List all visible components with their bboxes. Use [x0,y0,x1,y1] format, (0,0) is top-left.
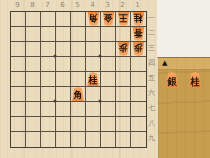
board-square-7四[interactable] [41,57,56,72]
rank-label-8: 八 [146,116,157,131]
board-square-9六[interactable] [11,87,26,102]
board-square-5七[interactable] [71,102,86,117]
board-square-3二[interactable] [101,27,116,42]
board-square-5二[interactable] [71,27,86,42]
board-square-6五[interactable] [56,72,71,87]
file-label-9: 9 [10,1,25,10]
board-square-1八[interactable] [131,117,146,132]
hand-piece-knight[interactable]: 桂 [188,72,202,88]
piece-kanji: 王 [119,12,128,24]
board-square-8一[interactable] [26,12,41,27]
board-square-8七[interactable] [26,102,41,117]
board-square-3三[interactable] [101,42,116,57]
board-square-3五[interactable] [101,72,116,87]
rank-label-7: 七 [146,101,157,116]
rank-label-1: 一 [146,11,157,26]
board-square-5三[interactable] [71,42,86,57]
file-label-1: 1 [130,1,145,10]
rank-label-5: 五 [146,71,157,86]
board-square-8四[interactable] [26,57,41,72]
board-square-8三[interactable] [26,42,41,57]
board-square-9九[interactable] [11,132,26,147]
board-square-1六[interactable] [131,87,146,102]
file-label-6: 6 [55,1,70,10]
board-square-8二[interactable] [26,27,41,42]
rank-label-4: 四 [146,56,157,71]
board-square-8六[interactable] [26,87,41,102]
piece-stand-header: ▲ [158,58,210,70]
piece-kanji: 桂 [89,74,98,86]
board-square-1七[interactable] [131,102,146,117]
rank-label-3: 三 [146,41,157,56]
board-square-2六[interactable] [116,87,131,102]
hand-piece-silver[interactable]: 銀 [165,72,179,88]
board-square-2九[interactable] [116,132,131,147]
board-square-2七[interactable] [116,102,131,117]
piece-kanji: 銀 [167,75,176,89]
board-square-6八[interactable] [56,117,71,132]
file-label-5: 5 [70,1,85,10]
sente-hand-pieces: 銀桂 [158,72,210,92]
board-square-4七[interactable] [86,102,101,117]
board-square-3四[interactable] [101,57,116,72]
board-square-9四[interactable] [11,57,26,72]
board-square-1五[interactable] [131,72,146,87]
shogi-board: 987654321一二三四五六七八九角金王桂香歩歩桂角 [0,0,157,158]
board-square-7八[interactable] [41,117,56,132]
board-square-8九[interactable] [26,132,41,147]
board-square-2五[interactable] [116,72,131,87]
board-square-4九[interactable] [86,132,101,147]
board-square-5五[interactable] [71,72,86,87]
rank-label-9: 九 [146,131,157,146]
board-square-8五[interactable] [26,72,41,87]
board-square-6三[interactable] [56,42,71,57]
board-square-6二[interactable] [56,27,71,42]
board-square-2二[interactable] [116,27,131,42]
piece-kanji: 歩 [119,42,128,54]
piece-kanji: 桂 [190,75,199,89]
sente-piece-stand: ▲ 銀桂 [157,57,210,158]
file-label-4: 4 [85,1,100,10]
piece-kanji: 桂 [134,12,143,24]
board-square-7七[interactable] [41,102,56,117]
piece-kanji: 角 [89,12,98,24]
piece-kanji: 香 [134,27,143,39]
board-square-6一[interactable] [56,12,71,27]
board-square-6九[interactable] [56,132,71,147]
board-square-1四[interactable] [131,57,146,72]
board-square-4八[interactable] [86,117,101,132]
board-square-9七[interactable] [11,102,26,117]
board-square-5四[interactable] [71,57,86,72]
board-square-3八[interactable] [101,117,116,132]
board-square-5八[interactable] [71,117,86,132]
board-square-7九[interactable] [41,132,56,147]
rank-label-6: 六 [146,86,157,101]
board-square-3六[interactable] [101,87,116,102]
board-square-9二[interactable] [11,27,26,42]
hoshi-dot [99,100,102,103]
board-square-5九[interactable] [71,132,86,147]
board-square-6四[interactable] [56,57,71,72]
board-square-8八[interactable] [26,117,41,132]
board-square-2八[interactable] [116,117,131,132]
board-square-3九[interactable] [101,132,116,147]
board-square-6六[interactable] [56,87,71,102]
board-square-6七[interactable] [56,102,71,117]
board-square-4二[interactable] [86,27,101,42]
board-square-1九[interactable] [131,132,146,147]
board-square-7五[interactable] [41,72,56,87]
board-square-4四[interactable] [86,57,101,72]
file-label-2: 2 [115,1,130,10]
board-square-2四[interactable] [116,57,131,72]
piece-kanji: 角 [74,89,83,101]
piece-kanji: 金 [104,12,113,24]
file-label-8: 8 [25,1,40,10]
board-square-7二[interactable] [41,27,56,42]
board-square-3七[interactable] [101,102,116,117]
hoshi-dot [99,55,102,58]
board-square-9一[interactable] [11,12,26,27]
rank-label-2: 二 [146,26,157,41]
piece-kanji: 歩 [134,42,143,54]
file-label-7: 7 [40,1,55,10]
board-square-7一[interactable] [41,12,56,27]
hoshi-dot [54,55,57,58]
board-square-9三[interactable] [11,42,26,57]
board-square-9八[interactable] [11,117,26,132]
board-square-9五[interactable] [11,72,26,87]
board-square-5一[interactable] [71,12,86,27]
hoshi-dot [54,100,57,103]
sente-marker-icon: ▲ [162,59,167,68]
board-grid [10,11,147,148]
file-label-3: 3 [100,1,115,10]
